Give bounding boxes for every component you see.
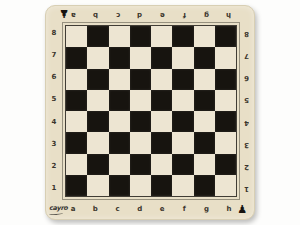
file-label-d: d xyxy=(129,7,151,21)
square-h4[interactable] xyxy=(215,111,236,132)
file-label-f: f xyxy=(173,202,195,216)
file-label-b: b xyxy=(84,202,106,216)
rank-label-2: 2 xyxy=(48,156,60,178)
rank-labels-right: 87654321 xyxy=(240,22,252,200)
square-f8[interactable] xyxy=(172,26,193,47)
square-g2[interactable] xyxy=(194,154,215,175)
square-g8[interactable] xyxy=(194,26,215,47)
file-label-e: e xyxy=(151,7,173,21)
rank-label-8: 8 xyxy=(48,22,60,44)
file-label-c: c xyxy=(107,7,129,21)
rank-label-6: 6 xyxy=(240,67,252,89)
rank-label-4: 4 xyxy=(48,111,60,133)
chess-board-mat: ♟ ♟ cayro abcdefgh abcdefgh 87654321 876… xyxy=(45,5,255,220)
square-e7[interactable] xyxy=(151,47,172,68)
square-e1[interactable] xyxy=(151,175,172,196)
rank-label-5: 5 xyxy=(48,89,60,111)
file-label-a: a xyxy=(62,7,84,21)
square-a2[interactable] xyxy=(66,154,87,175)
square-e3[interactable] xyxy=(151,132,172,153)
square-e2[interactable] xyxy=(151,154,172,175)
square-g4[interactable] xyxy=(194,111,215,132)
board-frame xyxy=(62,22,240,200)
square-f6[interactable] xyxy=(172,69,193,90)
square-d6[interactable] xyxy=(130,69,151,90)
file-label-b: b xyxy=(84,7,106,21)
square-e4[interactable] xyxy=(151,111,172,132)
square-a6[interactable] xyxy=(66,69,87,90)
square-d5[interactable] xyxy=(130,90,151,111)
background: ♟ ♟ cayro abcdefgh abcdefgh 87654321 876… xyxy=(0,0,300,225)
square-h5[interactable] xyxy=(215,90,236,111)
square-b3[interactable] xyxy=(87,132,108,153)
square-f1[interactable] xyxy=(172,175,193,196)
file-label-f: f xyxy=(173,7,195,21)
square-h6[interactable] xyxy=(215,69,236,90)
file-label-e: e xyxy=(151,202,173,216)
square-g6[interactable] xyxy=(194,69,215,90)
square-a7[interactable] xyxy=(66,47,87,68)
square-e5[interactable] xyxy=(151,90,172,111)
square-f4[interactable] xyxy=(172,111,193,132)
file-label-h: h xyxy=(218,202,240,216)
square-g3[interactable] xyxy=(194,132,215,153)
rank-label-3: 3 xyxy=(48,133,60,155)
file-label-a: a xyxy=(62,202,84,216)
file-labels-bottom: abcdefgh xyxy=(62,202,240,216)
square-a4[interactable] xyxy=(66,111,87,132)
rank-labels-left: 87654321 xyxy=(48,22,60,200)
square-b7[interactable] xyxy=(87,47,108,68)
square-h8[interactable] xyxy=(215,26,236,47)
square-f7[interactable] xyxy=(172,47,193,68)
file-label-d: d xyxy=(129,202,151,216)
square-c6[interactable] xyxy=(109,69,130,90)
square-b5[interactable] xyxy=(87,90,108,111)
square-h1[interactable] xyxy=(215,175,236,196)
file-label-g: g xyxy=(196,202,218,216)
square-f3[interactable] xyxy=(172,132,193,153)
square-c4[interactable] xyxy=(109,111,130,132)
rank-label-2: 2 xyxy=(240,156,252,178)
square-h2[interactable] xyxy=(215,154,236,175)
square-f5[interactable] xyxy=(172,90,193,111)
rank-label-1: 1 xyxy=(240,178,252,200)
square-c3[interactable] xyxy=(109,132,130,153)
square-d2[interactable] xyxy=(130,154,151,175)
square-g1[interactable] xyxy=(194,175,215,196)
square-h7[interactable] xyxy=(215,47,236,68)
square-g7[interactable] xyxy=(194,47,215,68)
square-b6[interactable] xyxy=(87,69,108,90)
square-d7[interactable] xyxy=(130,47,151,68)
file-label-h: h xyxy=(218,7,240,21)
rank-label-8: 8 xyxy=(240,22,252,44)
square-c8[interactable] xyxy=(109,26,130,47)
board-inner-frame xyxy=(65,25,237,197)
square-b8[interactable] xyxy=(87,26,108,47)
rank-label-1: 1 xyxy=(48,178,60,200)
square-g5[interactable] xyxy=(194,90,215,111)
square-a5[interactable] xyxy=(66,90,87,111)
square-a8[interactable] xyxy=(66,26,87,47)
square-d1[interactable] xyxy=(130,175,151,196)
square-a3[interactable] xyxy=(66,132,87,153)
square-e6[interactable] xyxy=(151,69,172,90)
square-h3[interactable] xyxy=(215,132,236,153)
file-label-c: c xyxy=(107,202,129,216)
square-c7[interactable] xyxy=(109,47,130,68)
square-d4[interactable] xyxy=(130,111,151,132)
rank-label-7: 7 xyxy=(240,44,252,66)
square-c2[interactable] xyxy=(109,154,130,175)
rank-label-7: 7 xyxy=(48,44,60,66)
chess-board xyxy=(66,26,236,196)
square-b1[interactable] xyxy=(87,175,108,196)
square-a1[interactable] xyxy=(66,175,87,196)
rank-label-5: 5 xyxy=(240,89,252,111)
file-labels-top: abcdefgh xyxy=(62,7,240,21)
rank-label-6: 6 xyxy=(48,67,60,89)
rank-label-3: 3 xyxy=(240,133,252,155)
square-e8[interactable] xyxy=(151,26,172,47)
rank-label-4: 4 xyxy=(240,111,252,133)
square-b4[interactable] xyxy=(87,111,108,132)
square-d3[interactable] xyxy=(130,132,151,153)
file-label-g: g xyxy=(196,7,218,21)
square-c1[interactable] xyxy=(109,175,130,196)
square-d8[interactable] xyxy=(130,26,151,47)
square-c5[interactable] xyxy=(109,90,130,111)
square-b2[interactable] xyxy=(87,154,108,175)
square-f2[interactable] xyxy=(172,154,193,175)
